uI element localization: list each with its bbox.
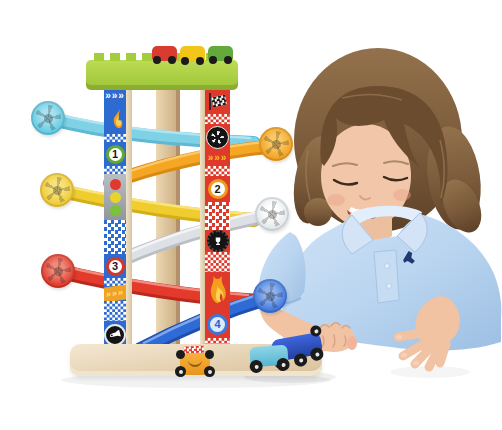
chevrons-icon: »»» (104, 88, 126, 104)
checker-strip (205, 202, 230, 230)
cap-ramp-5 (41, 254, 75, 288)
chevron-glyphs: »»» (106, 288, 124, 300)
tire-icon (205, 124, 230, 150)
top-platform (86, 60, 238, 90)
cap-ramp-1 (31, 101, 65, 135)
chevron-glyphs: »»» (208, 153, 228, 163)
flames-icon (205, 272, 230, 310)
checker-strip (205, 114, 230, 124)
badge-3: 3 (104, 254, 126, 278)
post-right: »»» 2 (200, 88, 230, 362)
loose-car-cyan (247, 342, 291, 372)
chevrons-icon: »»» (205, 150, 230, 166)
parked-car-yellow (180, 46, 205, 62)
polo-placket (374, 250, 399, 303)
cheek-right (393, 189, 411, 201)
flame-icon (104, 104, 126, 134)
cap-ramp-2 (259, 127, 293, 161)
badge-4: 4 (205, 310, 230, 338)
cap-ramp-6 (253, 279, 287, 313)
checker-strip (104, 301, 126, 321)
checker-strip (205, 166, 230, 176)
chevron-glyphs: »»» (105, 91, 125, 101)
loose-car-orange (176, 350, 214, 377)
flames-glyph (207, 274, 229, 308)
post-left-sticker: »»» 1 3 (104, 88, 126, 362)
checker-strip (104, 166, 126, 174)
horn-glyph (108, 329, 122, 341)
badge-2: 2 (205, 176, 230, 202)
post-left: »»» 1 3 (104, 88, 132, 362)
checkered-flag-icon (205, 88, 230, 114)
tire-spokes (211, 131, 224, 144)
badge-1-number: 1 (112, 148, 118, 160)
toy-back-strut (156, 90, 180, 350)
post-left-wood-edge (126, 88, 132, 362)
badge-2-number: 2 (214, 183, 220, 195)
traffic-red (110, 179, 121, 190)
parked-car-red (152, 46, 177, 61)
orange-chevron-band: »»» (104, 284, 126, 302)
badge-3-number: 3 (112, 260, 118, 272)
ramp-2-orange (110, 141, 276, 183)
post-right-sticker: »»» 2 (205, 88, 230, 362)
badge-1: 1 (104, 142, 126, 166)
traffic-light-icon (104, 174, 126, 220)
checker-strip (104, 134, 126, 142)
cap-ramp-3 (40, 173, 74, 207)
checker-strip (205, 252, 230, 272)
traffic-yellow (110, 192, 121, 203)
traffic-green (110, 205, 121, 216)
photo-scene: »»» 1 3 (0, 0, 502, 430)
flame-glyph (108, 107, 123, 131)
flag-cloth (211, 95, 227, 108)
cars-on-platform (152, 46, 233, 62)
badge-4-number: 4 (214, 318, 220, 330)
parked-car-green (208, 46, 233, 61)
cheek-left (327, 194, 345, 206)
child (258, 48, 501, 367)
flag-pole (209, 93, 211, 110)
cap-ramp-4 (255, 197, 289, 231)
fist-fingertip (347, 336, 357, 350)
trophy-icon (205, 230, 230, 252)
checker-strip (104, 220, 126, 254)
trophy-glyph (213, 236, 223, 247)
